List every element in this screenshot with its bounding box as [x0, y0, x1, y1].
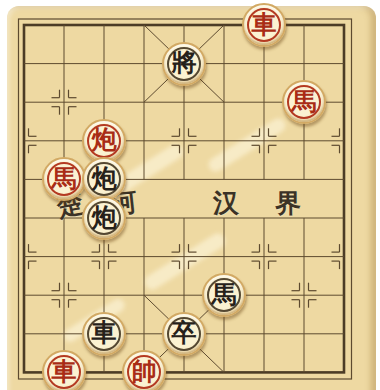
piece-black-chariot[interactable]: 車 — [82, 312, 126, 356]
piece-character: 將 — [172, 50, 197, 75]
piece-black-cannon[interactable]: 炮 — [82, 196, 126, 240]
piece-character: 卒 — [172, 320, 197, 345]
piece-red-horse[interactable]: 馬 — [282, 80, 326, 124]
piece-character: 炮 — [92, 166, 117, 191]
piece-black-soldier[interactable]: 卒 — [162, 312, 206, 356]
piece-red-cannon[interactable]: 炮 — [82, 119, 126, 163]
piece-character: 炮 — [92, 127, 117, 152]
piece-character: 車 — [92, 320, 117, 345]
river-label: 汉 — [213, 186, 239, 221]
piece-character: 車 — [252, 12, 277, 37]
piece-character: 馬 — [292, 89, 317, 114]
piece-red-chariot[interactable]: 車 — [242, 3, 286, 47]
piece-red-general[interactable]: 帥 — [122, 350, 166, 390]
piece-red-chariot[interactable]: 車 — [42, 350, 86, 390]
river-label: 界 — [275, 186, 301, 221]
piece-character: 馬 — [212, 282, 237, 307]
piece-character: 帥 — [132, 359, 157, 384]
piece-black-horse[interactable]: 馬 — [202, 273, 246, 317]
piece-character: 車 — [52, 359, 77, 384]
piece-black-general[interactable]: 將 — [162, 42, 206, 86]
piece-character: 炮 — [92, 205, 117, 230]
piece-character: 馬 — [52, 166, 77, 191]
screenshot-canvas: 楚河汉界 車將馬炮馬炮炮馬車卒車帥 — [0, 0, 380, 390]
